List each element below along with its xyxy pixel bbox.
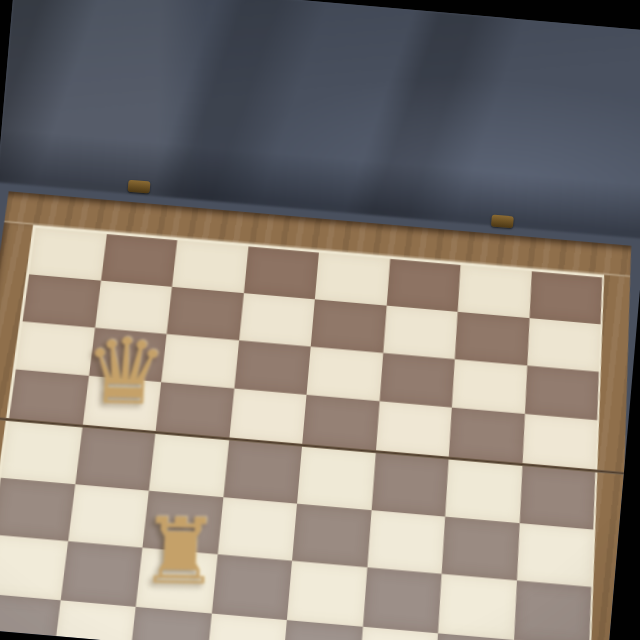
- rotated-photograph: ♛♜: [0, 0, 640, 640]
- square-c8: [172, 240, 248, 293]
- square-g2: [438, 574, 516, 640]
- square-a1: [0, 593, 60, 640]
- square-a3: [0, 477, 75, 541]
- square-a6: [16, 321, 95, 375]
- square-h2: [514, 580, 592, 640]
- square-g7: [455, 312, 529, 366]
- square-g3: [442, 516, 520, 580]
- square-b4: [75, 427, 155, 490]
- square-e2: [287, 561, 367, 626]
- square-a7: [23, 274, 101, 327]
- photo-canvas: ♛♜: [0, 0, 640, 640]
- square-d7: [239, 293, 315, 347]
- square-e6: [307, 347, 383, 402]
- square-e5: [302, 395, 379, 450]
- square-f8: [386, 259, 460, 312]
- square-c5: [156, 382, 234, 437]
- square-e7: [311, 299, 387, 353]
- square-h6: [524, 366, 598, 421]
- square-h8: [529, 271, 602, 324]
- square-b2: [60, 541, 142, 606]
- square-a2: [0, 535, 68, 600]
- square-e3: [292, 503, 371, 567]
- brass-hinge-icon: [128, 180, 151, 194]
- chessboard-grid: [0, 225, 604, 640]
- square-d8: [243, 247, 318, 300]
- square-f4: [371, 453, 449, 516]
- square-c7: [167, 287, 244, 341]
- square-b6: [89, 328, 167, 382]
- square-d3: [217, 497, 297, 561]
- square-h5: [522, 414, 597, 470]
- square-a4: [1, 421, 82, 484]
- square-a8: [29, 228, 106, 281]
- square-c6: [161, 334, 238, 388]
- wooden-board: ♛♜: [0, 191, 631, 640]
- square-a5: [9, 369, 88, 424]
- square-e8: [315, 253, 390, 306]
- square-g5: [449, 407, 525, 463]
- square-b5: [82, 376, 161, 431]
- square-c1: [129, 606, 211, 640]
- brass-hinge-icon: [491, 214, 514, 228]
- square-h7: [527, 318, 601, 372]
- square-d2: [211, 554, 292, 619]
- square-h4: [519, 466, 595, 529]
- square-g4: [445, 460, 522, 523]
- square-d5: [229, 388, 307, 443]
- square-c2: [136, 548, 217, 613]
- square-f2: [362, 567, 441, 632]
- square-b3: [68, 484, 149, 548]
- square-b8: [101, 234, 178, 287]
- square-f6: [379, 353, 455, 408]
- square-c4: [149, 434, 229, 497]
- square-f7: [383, 306, 458, 360]
- square-g8: [458, 265, 532, 318]
- square-g6: [452, 359, 527, 414]
- square-h3: [516, 523, 593, 587]
- square-b7: [95, 281, 172, 334]
- square-f3: [367, 510, 445, 574]
- square-e4: [297, 447, 375, 510]
- square-d6: [234, 340, 311, 394]
- square-b1: [53, 600, 136, 640]
- square-c3: [142, 490, 223, 554]
- square-d4: [223, 440, 302, 503]
- square-f5: [376, 401, 452, 456]
